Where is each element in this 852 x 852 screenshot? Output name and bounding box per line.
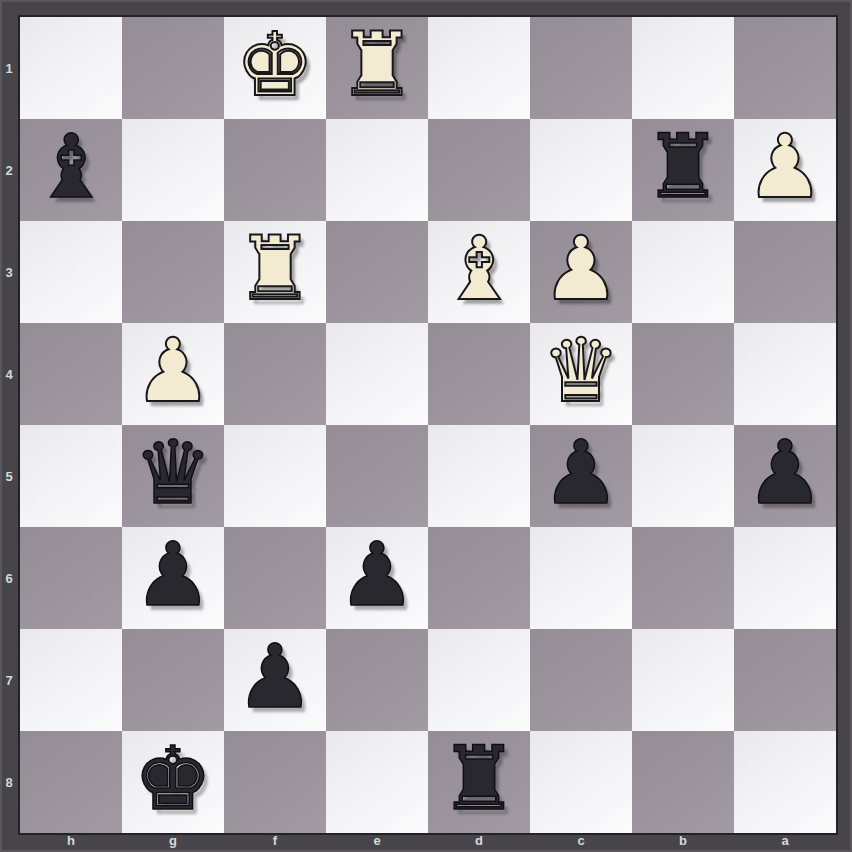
file-label-a: a (734, 833, 836, 852)
square-g4[interactable]: ♟ (122, 323, 224, 425)
square-f4[interactable] (224, 323, 326, 425)
square-d1[interactable] (428, 17, 530, 119)
black-pawn[interactable]: ♟ (338, 531, 417, 619)
square-g5[interactable]: ♛ (122, 425, 224, 527)
square-a4[interactable] (734, 323, 836, 425)
white-pawn[interactable]: ♟ (746, 123, 825, 211)
file-label-c: c (530, 833, 632, 852)
square-e1[interactable]: ♜ (326, 17, 428, 119)
square-a8[interactable] (734, 731, 836, 833)
square-a2[interactable]: ♟ (734, 119, 836, 221)
black-pawn[interactable]: ♟ (134, 531, 213, 619)
black-queen[interactable]: ♛ (134, 429, 213, 517)
square-c2[interactable] (530, 119, 632, 221)
square-f7[interactable]: ♟ (224, 629, 326, 731)
square-c6[interactable] (530, 527, 632, 629)
square-g8[interactable]: ♚ (122, 731, 224, 833)
square-e2[interactable] (326, 119, 428, 221)
square-a7[interactable] (734, 629, 836, 731)
black-pawn[interactable]: ♟ (746, 429, 825, 517)
square-f1[interactable]: ♚ (224, 17, 326, 119)
square-a1[interactable] (734, 17, 836, 119)
square-a3[interactable] (734, 221, 836, 323)
square-h3[interactable] (20, 221, 122, 323)
square-d3[interactable]: ♝ (428, 221, 530, 323)
square-f2[interactable] (224, 119, 326, 221)
square-f8[interactable] (224, 731, 326, 833)
square-h4[interactable] (20, 323, 122, 425)
square-h5[interactable] (20, 425, 122, 527)
square-c7[interactable] (530, 629, 632, 731)
black-rook[interactable]: ♜ (644, 123, 723, 211)
black-pawn[interactable]: ♟ (542, 429, 621, 517)
square-g1[interactable] (122, 17, 224, 119)
rank-label-8: 8 (0, 731, 18, 833)
file-label-d: d (428, 833, 530, 852)
square-d5[interactable] (428, 425, 530, 527)
square-e7[interactable] (326, 629, 428, 731)
board-frame: 12345678 ♚♜♝♜♟♜♝♟♟♛♛♟♟♟♟♟♚♜ hgfedcba (0, 0, 852, 852)
square-b5[interactable] (632, 425, 734, 527)
square-c4[interactable]: ♛ (530, 323, 632, 425)
file-label-g: g (122, 833, 224, 852)
square-e5[interactable] (326, 425, 428, 527)
rank-label-7: 7 (0, 629, 18, 731)
black-pawn[interactable]: ♟ (236, 633, 315, 721)
square-e6[interactable]: ♟ (326, 527, 428, 629)
square-b1[interactable] (632, 17, 734, 119)
square-e3[interactable] (326, 221, 428, 323)
square-h2[interactable]: ♝ (20, 119, 122, 221)
white-queen[interactable]: ♛ (542, 327, 621, 415)
black-bishop[interactable]: ♝ (32, 123, 111, 211)
file-label-h: h (20, 833, 122, 852)
file-labels: hgfedcba (20, 833, 836, 852)
rank-label-6: 6 (0, 527, 18, 629)
white-rook[interactable]: ♜ (236, 225, 315, 313)
square-h1[interactable] (20, 17, 122, 119)
white-pawn[interactable]: ♟ (134, 327, 213, 415)
file-label-e: e (326, 833, 428, 852)
file-label-b: b (632, 833, 734, 852)
square-c1[interactable] (530, 17, 632, 119)
square-b4[interactable] (632, 323, 734, 425)
square-d4[interactable] (428, 323, 530, 425)
file-label-f: f (224, 833, 326, 852)
square-c8[interactable] (530, 731, 632, 833)
square-d7[interactable] (428, 629, 530, 731)
square-b3[interactable] (632, 221, 734, 323)
rank-label-5: 5 (0, 425, 18, 527)
square-a6[interactable] (734, 527, 836, 629)
square-h6[interactable] (20, 527, 122, 629)
square-c5[interactable]: ♟ (530, 425, 632, 527)
square-d8[interactable]: ♜ (428, 731, 530, 833)
black-rook[interactable]: ♜ (440, 735, 519, 823)
black-king[interactable]: ♚ (134, 735, 213, 823)
rank-label-3: 3 (0, 221, 18, 323)
square-f6[interactable] (224, 527, 326, 629)
square-d6[interactable] (428, 527, 530, 629)
square-b8[interactable] (632, 731, 734, 833)
square-h8[interactable] (20, 731, 122, 833)
square-e8[interactable] (326, 731, 428, 833)
white-pawn[interactable]: ♟ (542, 225, 621, 313)
square-h7[interactable] (20, 629, 122, 731)
rank-label-2: 2 (0, 119, 18, 221)
square-e4[interactable] (326, 323, 428, 425)
square-g7[interactable] (122, 629, 224, 731)
square-d2[interactable] (428, 119, 530, 221)
square-b7[interactable] (632, 629, 734, 731)
white-rook[interactable]: ♜ (338, 21, 417, 109)
white-bishop[interactable]: ♝ (440, 225, 519, 313)
square-b2[interactable]: ♜ (632, 119, 734, 221)
rank-label-1: 1 (0, 17, 18, 119)
square-f3[interactable]: ♜ (224, 221, 326, 323)
white-king[interactable]: ♚ (236, 21, 315, 109)
square-g2[interactable] (122, 119, 224, 221)
square-g6[interactable]: ♟ (122, 527, 224, 629)
rank-label-4: 4 (0, 323, 18, 425)
square-f5[interactable] (224, 425, 326, 527)
square-g3[interactable] (122, 221, 224, 323)
square-a5[interactable]: ♟ (734, 425, 836, 527)
rank-labels: 12345678 (0, 17, 18, 833)
square-c3[interactable]: ♟ (530, 221, 632, 323)
square-b6[interactable] (632, 527, 734, 629)
chessboard: ♚♜♝♜♟♜♝♟♟♛♛♟♟♟♟♟♚♜ (18, 15, 838, 835)
